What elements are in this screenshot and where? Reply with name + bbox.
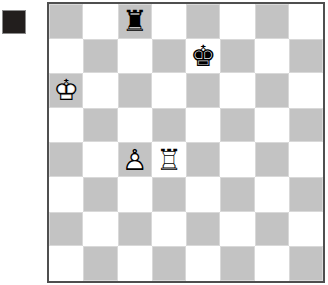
square-h4[interactable] (289, 142, 323, 177)
white-king[interactable]: ♚♔ (50, 74, 82, 106)
square-c5[interactable] (118, 108, 152, 143)
square-b7[interactable] (83, 39, 117, 74)
white-king-glyph: ♔ (50, 74, 82, 106)
square-c7[interactable] (118, 39, 152, 74)
black-king[interactable]: ♚ (187, 40, 219, 72)
square-g8[interactable] (255, 4, 289, 39)
square-f1[interactable] (220, 246, 254, 281)
square-g6[interactable] (255, 73, 289, 108)
square-e1[interactable] (186, 246, 220, 281)
square-h1[interactable] (289, 246, 323, 281)
square-g3[interactable] (255, 177, 289, 212)
square-g1[interactable] (255, 246, 289, 281)
square-g5[interactable] (255, 108, 289, 143)
white-pawn[interactable]: ♟♙ (119, 144, 151, 176)
square-g7[interactable] (255, 39, 289, 74)
square-a3[interactable] (49, 177, 83, 212)
square-d5[interactable] (152, 108, 186, 143)
square-f4[interactable] (220, 142, 254, 177)
square-e3[interactable] (186, 177, 220, 212)
square-h8[interactable] (289, 4, 323, 39)
square-d8[interactable] (152, 4, 186, 39)
square-b6[interactable] (83, 73, 117, 108)
square-d4[interactable]: ♜♖ (152, 142, 186, 177)
square-g2[interactable] (255, 212, 289, 247)
square-c2[interactable] (118, 212, 152, 247)
square-h6[interactable] (289, 73, 323, 108)
square-f3[interactable] (220, 177, 254, 212)
square-a5[interactable] (49, 108, 83, 143)
chess-diagram: ♜♚♚♔♟♙♜♖ (0, 0, 328, 285)
square-a7[interactable] (49, 39, 83, 74)
square-d6[interactable] (152, 73, 186, 108)
white-pawn-glyph: ♙ (119, 144, 151, 176)
square-a2[interactable] (49, 212, 83, 247)
square-d7[interactable] (152, 39, 186, 74)
square-e5[interactable] (186, 108, 220, 143)
chess-board: ♜♚♚♔♟♙♜♖ (49, 4, 323, 281)
square-e4[interactable] (186, 142, 220, 177)
square-a1[interactable] (49, 246, 83, 281)
square-c1[interactable] (118, 246, 152, 281)
square-a8[interactable] (49, 4, 83, 39)
square-a6[interactable]: ♚♔ (49, 73, 83, 108)
square-f6[interactable] (220, 73, 254, 108)
square-b1[interactable] (83, 246, 117, 281)
square-h3[interactable] (289, 177, 323, 212)
square-g4[interactable] (255, 142, 289, 177)
chess-board-frame: ♜♚♚♔♟♙♜♖ (47, 2, 325, 283)
square-e7[interactable]: ♚ (186, 39, 220, 74)
square-a4[interactable] (49, 142, 83, 177)
square-f5[interactable] (220, 108, 254, 143)
square-f2[interactable] (220, 212, 254, 247)
square-b2[interactable] (83, 212, 117, 247)
square-f7[interactable] (220, 39, 254, 74)
square-c4[interactable]: ♟♙ (118, 142, 152, 177)
square-h5[interactable] (289, 108, 323, 143)
square-c3[interactable] (118, 177, 152, 212)
black-rook[interactable]: ♜ (119, 5, 151, 37)
white-rook-glyph: ♖ (153, 144, 185, 176)
square-c6[interactable] (118, 73, 152, 108)
square-e6[interactable] (186, 73, 220, 108)
black-to-move-indicator (2, 10, 26, 34)
square-d3[interactable] (152, 177, 186, 212)
white-rook[interactable]: ♜♖ (153, 144, 185, 176)
square-b5[interactable] (83, 108, 117, 143)
square-b3[interactable] (83, 177, 117, 212)
square-d1[interactable] (152, 246, 186, 281)
square-h7[interactable] (289, 39, 323, 74)
square-b8[interactable] (83, 4, 117, 39)
square-c8[interactable]: ♜ (118, 4, 152, 39)
square-e2[interactable] (186, 212, 220, 247)
square-b4[interactable] (83, 142, 117, 177)
square-d2[interactable] (152, 212, 186, 247)
square-h2[interactable] (289, 212, 323, 247)
square-f8[interactable] (220, 4, 254, 39)
square-e8[interactable] (186, 4, 220, 39)
